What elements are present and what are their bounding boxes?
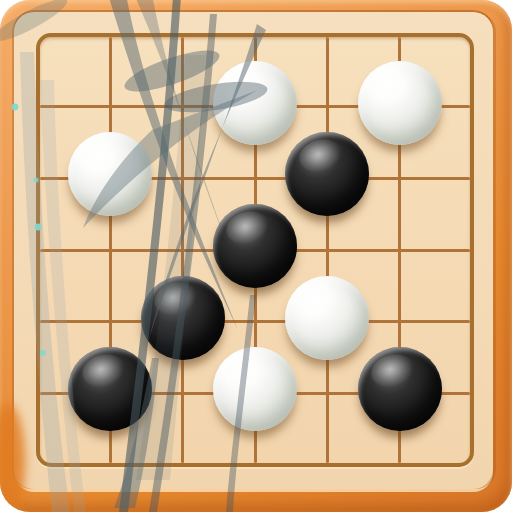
stone-gloss-highlight <box>223 207 273 249</box>
stone-gloss-highlight <box>151 278 201 320</box>
grid-line-horizontal <box>40 320 470 323</box>
black-stone[interactable] <box>358 347 442 431</box>
black-stone[interactable] <box>141 276 225 360</box>
stone-gloss-highlight <box>296 135 346 177</box>
screenshot <box>0 0 512 512</box>
white-stone[interactable] <box>285 276 369 360</box>
stone-gloss-highlight <box>79 350 129 392</box>
black-stone[interactable] <box>213 204 297 288</box>
stone-gloss-highlight <box>368 350 418 392</box>
white-stone[interactable] <box>213 61 297 145</box>
game-app-icon <box>0 0 512 512</box>
white-stone[interactable] <box>358 61 442 145</box>
white-stone[interactable] <box>213 347 297 431</box>
